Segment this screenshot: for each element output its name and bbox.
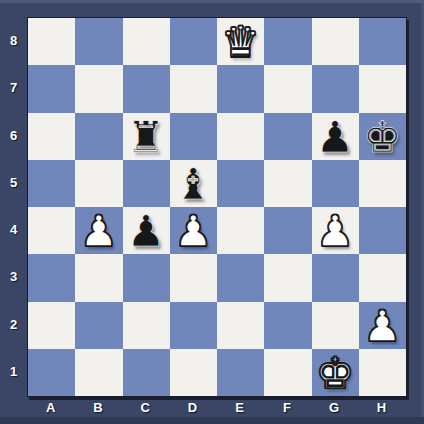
square-d3[interactable] <box>170 254 217 301</box>
square-e7[interactable] <box>217 65 264 112</box>
square-a3[interactable] <box>28 254 75 301</box>
square-a6[interactable] <box>28 113 75 160</box>
square-g7[interactable] <box>312 65 359 112</box>
square-b5[interactable] <box>75 160 122 207</box>
square-b6[interactable] <box>75 113 122 160</box>
square-c2[interactable] <box>123 302 170 349</box>
square-f3[interactable] <box>264 254 311 301</box>
frame-top-highlight <box>0 0 424 3</box>
square-h2[interactable]: ♟ <box>359 302 406 349</box>
square-c1[interactable] <box>123 349 170 396</box>
rank-label-6: 6 <box>0 112 27 159</box>
square-g4[interactable]: ♟ <box>312 207 359 254</box>
white-queen[interactable]: ♛ <box>217 19 264 66</box>
square-d8[interactable] <box>170 18 217 65</box>
rank-labels: 87654321 <box>0 17 27 395</box>
square-d4[interactable]: ♟ <box>170 207 217 254</box>
square-a7[interactable] <box>28 65 75 112</box>
square-e3[interactable] <box>217 254 264 301</box>
file-label-B: B <box>74 396 121 419</box>
square-f6[interactable] <box>264 113 311 160</box>
square-h7[interactable] <box>359 65 406 112</box>
rank-label-8: 8 <box>0 17 27 64</box>
square-c7[interactable] <box>123 65 170 112</box>
square-g1[interactable]: ♚ <box>312 349 359 396</box>
square-c6[interactable]: ♜ <box>123 113 170 160</box>
black-rook[interactable]: ♜ <box>123 114 170 161</box>
square-b1[interactable] <box>75 349 122 396</box>
square-b3[interactable] <box>75 254 122 301</box>
square-b7[interactable] <box>75 65 122 112</box>
square-c4[interactable]: ♟ <box>123 207 170 254</box>
square-e8[interactable]: ♛ <box>217 18 264 65</box>
square-d6[interactable] <box>170 113 217 160</box>
black-king[interactable]: ♚ <box>359 114 406 161</box>
square-a1[interactable] <box>28 349 75 396</box>
square-f5[interactable] <box>264 160 311 207</box>
square-e6[interactable] <box>217 113 264 160</box>
square-h6[interactable]: ♚ <box>359 113 406 160</box>
file-label-E: E <box>216 396 263 419</box>
square-g3[interactable] <box>312 254 359 301</box>
file-label-D: D <box>169 396 216 419</box>
square-h5[interactable] <box>359 160 406 207</box>
square-d7[interactable] <box>170 65 217 112</box>
square-c8[interactable] <box>123 18 170 65</box>
white-pawn[interactable]: ♟ <box>312 208 359 255</box>
file-label-H: H <box>358 396 405 419</box>
file-label-G: G <box>311 396 358 419</box>
square-a8[interactable] <box>28 18 75 65</box>
square-g2[interactable] <box>312 302 359 349</box>
square-f8[interactable] <box>264 18 311 65</box>
square-h4[interactable] <box>359 207 406 254</box>
chess-board: ♛♜♟♚♝♟♟♟♟♟♚ <box>27 17 407 397</box>
square-e5[interactable] <box>217 160 264 207</box>
square-h3[interactable] <box>359 254 406 301</box>
square-h8[interactable] <box>359 18 406 65</box>
square-d2[interactable] <box>170 302 217 349</box>
square-g6[interactable]: ♟ <box>312 113 359 160</box>
white-pawn[interactable]: ♟ <box>359 303 406 350</box>
square-g5[interactable] <box>312 160 359 207</box>
black-pawn[interactable]: ♟ <box>123 208 170 255</box>
rank-label-3: 3 <box>0 253 27 300</box>
square-b8[interactable] <box>75 18 122 65</box>
square-f2[interactable] <box>264 302 311 349</box>
file-label-F: F <box>263 396 310 419</box>
black-bishop[interactable]: ♝ <box>170 161 217 208</box>
white-pawn[interactable]: ♟ <box>170 208 217 255</box>
square-e4[interactable] <box>217 207 264 254</box>
white-king[interactable]: ♚ <box>312 350 359 397</box>
square-b2[interactable] <box>75 302 122 349</box>
rank-label-5: 5 <box>0 159 27 206</box>
square-g8[interactable] <box>312 18 359 65</box>
board-frame: 87654321 ♛♜♟♚♝♟♟♟♟♟♚ ABCDEFGH <box>0 0 424 424</box>
square-f1[interactable] <box>264 349 311 396</box>
white-pawn[interactable]: ♟ <box>75 208 122 255</box>
square-a2[interactable] <box>28 302 75 349</box>
file-label-A: A <box>27 396 74 419</box>
rank-label-4: 4 <box>0 206 27 253</box>
square-e1[interactable] <box>217 349 264 396</box>
rank-label-1: 1 <box>0 348 27 395</box>
square-a4[interactable] <box>28 207 75 254</box>
square-c5[interactable] <box>123 160 170 207</box>
black-pawn[interactable]: ♟ <box>312 114 359 161</box>
square-f7[interactable] <box>264 65 311 112</box>
file-labels: ABCDEFGH <box>27 396 405 419</box>
square-h1[interactable] <box>359 349 406 396</box>
square-f4[interactable] <box>264 207 311 254</box>
square-d5[interactable]: ♝ <box>170 160 217 207</box>
square-d1[interactable] <box>170 349 217 396</box>
square-e2[interactable] <box>217 302 264 349</box>
rank-label-2: 2 <box>0 301 27 348</box>
square-c3[interactable] <box>123 254 170 301</box>
square-a5[interactable] <box>28 160 75 207</box>
square-b4[interactable]: ♟ <box>75 207 122 254</box>
rank-label-7: 7 <box>0 64 27 111</box>
file-label-C: C <box>122 396 169 419</box>
